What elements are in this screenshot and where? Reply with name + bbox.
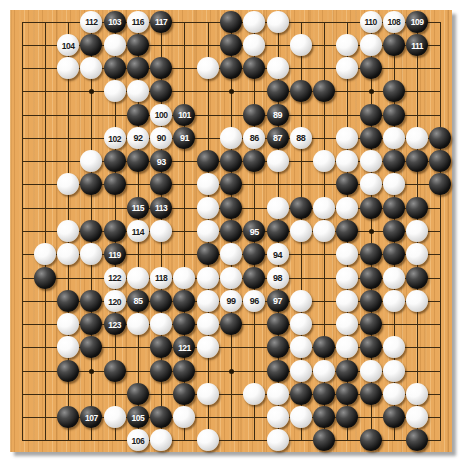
black-stone	[360, 197, 382, 219]
black-stone	[150, 290, 172, 312]
white-stone	[313, 197, 335, 219]
black-stone	[313, 406, 335, 428]
white-stone: 102	[104, 127, 126, 149]
white-stone	[104, 406, 126, 428]
black-stone	[127, 34, 149, 56]
black-stone	[104, 57, 126, 79]
white-stone	[150, 313, 172, 335]
white-stone	[80, 150, 102, 172]
black-stone	[220, 313, 242, 335]
black-stone	[336, 173, 358, 195]
black-stone: 101	[173, 104, 195, 126]
white-stone	[150, 429, 172, 451]
white-stone: 106	[127, 429, 149, 451]
black-stone: 117	[150, 11, 172, 33]
black-stone	[57, 290, 79, 312]
black-stone	[173, 290, 195, 312]
black-stone	[220, 150, 242, 172]
black-stone	[197, 243, 219, 265]
black-stone	[383, 34, 405, 56]
black-stone: 93	[150, 150, 172, 172]
white-stone	[336, 313, 358, 335]
white-stone	[383, 173, 405, 195]
white-stone	[290, 336, 312, 358]
move-number-label: 95	[250, 227, 259, 236]
black-stone: 89	[267, 104, 289, 126]
white-stone	[197, 220, 219, 242]
black-stone	[173, 383, 195, 405]
white-stone	[173, 267, 195, 289]
white-stone	[360, 150, 382, 172]
white-stone	[80, 243, 102, 265]
black-stone	[34, 267, 56, 289]
move-number-label: 103	[108, 18, 121, 27]
black-stone: 119	[104, 243, 126, 265]
black-stone	[57, 360, 79, 382]
black-stone	[243, 243, 265, 265]
white-stone	[57, 57, 79, 79]
white-stone	[336, 290, 358, 312]
white-stone: 120	[104, 290, 126, 312]
white-stone	[267, 150, 289, 172]
black-stone	[267, 336, 289, 358]
black-stone: 105	[127, 406, 149, 428]
white-stone	[406, 127, 428, 149]
black-stone	[360, 313, 382, 335]
black-stone	[243, 267, 265, 289]
move-number-label: 113	[155, 204, 167, 213]
white-stone	[104, 34, 126, 56]
black-stone	[267, 80, 289, 102]
white-stone	[57, 313, 79, 335]
black-stone	[104, 150, 126, 172]
white-stone	[197, 173, 219, 195]
white-stone	[336, 127, 358, 149]
black-stone	[243, 150, 265, 172]
star-point	[89, 89, 94, 94]
star-point	[229, 89, 234, 94]
black-stone	[80, 220, 102, 242]
white-stone	[104, 80, 126, 102]
white-stone	[57, 220, 79, 242]
white-stone: 98	[267, 267, 289, 289]
black-stone	[360, 383, 382, 405]
black-stone: 115	[127, 197, 149, 219]
white-stone	[383, 383, 405, 405]
black-stone	[150, 406, 172, 428]
star-point	[229, 369, 234, 374]
black-stone: 97	[267, 290, 289, 312]
white-stone	[57, 243, 79, 265]
white-stone	[406, 406, 428, 428]
star-point	[89, 369, 94, 374]
black-stone	[360, 267, 382, 289]
white-stone	[290, 360, 312, 382]
black-stone	[313, 336, 335, 358]
move-number-label: 100	[155, 111, 168, 120]
white-stone	[406, 243, 428, 265]
move-number-label: 89	[273, 111, 282, 120]
white-stone	[127, 313, 149, 335]
black-stone	[80, 336, 102, 358]
star-point	[369, 89, 374, 94]
star-point	[369, 229, 374, 234]
move-number-label: 92	[133, 134, 142, 143]
white-stone	[197, 429, 219, 451]
move-number-label: 93	[157, 157, 166, 166]
black-stone: 121	[173, 336, 195, 358]
black-stone	[290, 80, 312, 102]
white-stone	[127, 267, 149, 289]
black-stone	[336, 383, 358, 405]
black-stone	[336, 360, 358, 382]
black-stone	[360, 290, 382, 312]
black-stone	[313, 383, 335, 405]
white-stone	[383, 290, 405, 312]
black-stone	[267, 313, 289, 335]
white-stone	[243, 34, 265, 56]
black-stone	[406, 150, 428, 172]
black-stone	[150, 57, 172, 79]
black-stone	[220, 173, 242, 195]
white-stone	[336, 336, 358, 358]
move-number-label: 107	[85, 413, 98, 422]
black-stone	[104, 173, 126, 195]
go-board[interactable]: 1121031161171101081091041111001018910292…	[10, 10, 452, 452]
white-stone	[267, 383, 289, 405]
move-number-label: 122	[108, 274, 121, 283]
white-stone: 112	[80, 11, 102, 33]
white-stone: 114	[127, 220, 149, 242]
black-stone	[360, 429, 382, 451]
white-stone: 104	[57, 34, 79, 56]
white-stone	[290, 290, 312, 312]
black-stone	[57, 406, 79, 428]
white-stone: 108	[383, 11, 405, 33]
white-stone	[290, 220, 312, 242]
white-stone: 94	[267, 243, 289, 265]
white-stone	[220, 267, 242, 289]
white-stone	[267, 57, 289, 79]
black-stone	[127, 57, 149, 79]
white-stone	[406, 290, 428, 312]
white-stone	[220, 127, 242, 149]
white-stone	[383, 127, 405, 149]
white-stone	[406, 383, 428, 405]
white-stone: 110	[360, 11, 382, 33]
white-stone	[336, 197, 358, 219]
black-stone: 111	[406, 34, 428, 56]
white-stone	[360, 360, 382, 382]
black-stone	[360, 243, 382, 265]
white-stone	[336, 243, 358, 265]
move-number-label: 111	[411, 41, 423, 50]
black-stone	[150, 80, 172, 102]
move-number-label: 112	[85, 18, 97, 27]
white-stone	[173, 406, 195, 428]
white-stone: 86	[243, 127, 265, 149]
white-stone	[313, 220, 335, 242]
move-number-label: 110	[364, 18, 376, 27]
black-stone	[243, 104, 265, 126]
black-stone	[150, 360, 172, 382]
move-number-label: 115	[132, 204, 144, 213]
black-stone	[267, 360, 289, 382]
white-stone	[197, 383, 219, 405]
black-stone	[360, 336, 382, 358]
white-stone	[360, 34, 382, 56]
white-stone	[267, 197, 289, 219]
black-stone	[80, 290, 102, 312]
white-stone	[360, 173, 382, 195]
black-stone	[80, 34, 102, 56]
move-number-label: 114	[132, 227, 144, 236]
white-stone	[290, 313, 312, 335]
black-stone	[220, 34, 242, 56]
white-stone	[150, 220, 172, 242]
white-stone	[290, 34, 312, 56]
white-stone	[406, 220, 428, 242]
move-number-label: 105	[132, 413, 145, 422]
black-stone	[406, 197, 428, 219]
move-number-label: 99	[226, 297, 235, 306]
black-stone	[104, 360, 126, 382]
black-stone	[127, 150, 149, 172]
move-number-label: 102	[108, 134, 121, 143]
white-stone	[336, 57, 358, 79]
move-number-label: 85	[133, 297, 142, 306]
move-number-label: 118	[155, 274, 167, 283]
black-stone	[406, 429, 428, 451]
white-stone	[197, 267, 219, 289]
white-stone	[197, 57, 219, 79]
move-number-label: 88	[296, 134, 305, 143]
white-stone	[197, 197, 219, 219]
black-stone: 107	[80, 406, 102, 428]
move-number-label: 117	[155, 18, 167, 27]
white-stone	[267, 406, 289, 428]
black-stone	[383, 104, 405, 126]
move-number-label: 87	[273, 134, 282, 143]
move-number-label: 91	[180, 134, 189, 143]
move-number-label: 116	[132, 18, 144, 27]
white-stone	[383, 267, 405, 289]
black-stone	[220, 11, 242, 33]
white-stone: 92	[127, 127, 149, 149]
black-stone	[80, 173, 102, 195]
white-stone: 96	[243, 290, 265, 312]
black-stone	[290, 383, 312, 405]
black-stone	[150, 336, 172, 358]
white-stone: 90	[150, 127, 172, 149]
black-stone	[383, 80, 405, 102]
black-stone: 109	[406, 11, 428, 33]
black-stone: 87	[267, 127, 289, 149]
white-stone	[267, 429, 289, 451]
black-stone: 103	[104, 11, 126, 33]
move-number-label: 101	[178, 111, 191, 120]
go-diagram: 1121031161171101081091041111001018910292…	[0, 0, 465, 465]
black-stone	[429, 173, 451, 195]
black-stone	[429, 127, 451, 149]
black-stone: 85	[127, 290, 149, 312]
black-stone	[267, 220, 289, 242]
black-stone	[313, 80, 335, 102]
black-stone	[383, 150, 405, 172]
black-stone	[336, 406, 358, 428]
white-stone: 99	[220, 290, 242, 312]
white-stone	[34, 243, 56, 265]
white-stone	[220, 243, 242, 265]
move-number-label: 94	[273, 250, 282, 259]
white-stone	[57, 336, 79, 358]
white-stone	[197, 290, 219, 312]
white-stone: 88	[290, 127, 312, 149]
white-stone	[336, 150, 358, 172]
move-number-label: 106	[132, 437, 145, 446]
black-stone	[80, 313, 102, 335]
white-stone	[313, 360, 335, 382]
black-stone	[220, 57, 242, 79]
move-number-label: 104	[62, 41, 75, 50]
white-stone	[243, 383, 265, 405]
move-number-label: 96	[250, 297, 259, 306]
black-stone	[104, 220, 126, 242]
move-number-label: 97	[273, 297, 282, 306]
white-stone	[197, 336, 219, 358]
move-number-label: 86	[250, 134, 259, 143]
move-number-label: 109	[411, 18, 424, 27]
white-stone	[336, 267, 358, 289]
move-number-label: 90	[157, 134, 166, 143]
black-stone	[383, 220, 405, 242]
black-stone	[383, 406, 405, 428]
black-stone	[290, 197, 312, 219]
grid-line-v	[440, 22, 441, 442]
black-stone	[197, 150, 219, 172]
black-stone	[313, 429, 335, 451]
black-stone: 91	[173, 127, 195, 149]
white-stone: 118	[150, 267, 172, 289]
white-stone	[383, 336, 405, 358]
white-stone	[127, 80, 149, 102]
black-stone	[220, 197, 242, 219]
black-stone	[220, 220, 242, 242]
black-stone	[360, 104, 382, 126]
white-stone	[290, 406, 312, 428]
white-stone	[57, 173, 79, 195]
black-stone: 113	[150, 197, 172, 219]
black-stone	[383, 197, 405, 219]
black-stone	[173, 313, 195, 335]
black-stone	[243, 57, 265, 79]
white-stone	[243, 11, 265, 33]
move-number-label: 121	[178, 344, 191, 353]
white-stone	[267, 11, 289, 33]
move-number-label: 108	[387, 18, 400, 27]
black-stone	[336, 220, 358, 242]
black-stone	[360, 127, 382, 149]
black-stone	[127, 104, 149, 126]
move-number-label: 123	[108, 320, 121, 329]
move-number-label: 119	[109, 251, 121, 260]
black-stone	[150, 173, 172, 195]
black-stone	[360, 57, 382, 79]
white-stone: 122	[104, 267, 126, 289]
white-stone	[313, 150, 335, 172]
white-stone	[383, 360, 405, 382]
white-stone	[197, 313, 219, 335]
black-stone	[429, 150, 451, 172]
black-stone	[406, 267, 428, 289]
black-stone: 123	[104, 313, 126, 335]
white-stone: 100	[150, 104, 172, 126]
move-number-label: 120	[108, 297, 121, 306]
black-stone	[173, 360, 195, 382]
white-stone: 116	[127, 11, 149, 33]
white-stone	[80, 57, 102, 79]
black-stone	[127, 383, 149, 405]
white-stone	[336, 34, 358, 56]
move-number-label: 98	[273, 274, 282, 283]
black-stone	[383, 243, 405, 265]
black-stone: 95	[243, 220, 265, 242]
